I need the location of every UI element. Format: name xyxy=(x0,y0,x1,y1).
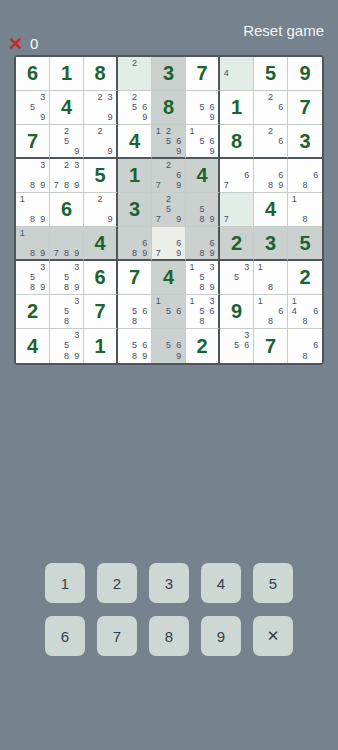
cell-r9c2[interactable]: 3589 xyxy=(50,329,84,363)
cell-notes: 2 xyxy=(119,58,150,89)
cell-notes: 589 xyxy=(187,194,217,225)
note-digit: 1 xyxy=(289,296,300,306)
cell-value: 5 xyxy=(84,159,116,192)
cell-r2c2[interactable]: 4 xyxy=(50,91,84,125)
mistakes-counter: ✕ 0 xyxy=(8,35,38,53)
cell-r2c4[interactable]: 2569 xyxy=(118,91,152,125)
cell-value: 4 xyxy=(84,227,116,259)
note-digit: 6 xyxy=(140,341,150,352)
cell-r3c7[interactable]: 8 xyxy=(220,125,254,159)
note-digit: 3 xyxy=(72,296,82,306)
cell-r8c3[interactable]: 7 xyxy=(84,295,118,329)
cell-r3c5[interactable]: 12569 xyxy=(152,125,186,159)
note-digit: 6 xyxy=(310,341,321,352)
cell-r7c3[interactable]: 6 xyxy=(84,261,118,295)
cell-r2c9[interactable]: 7 xyxy=(288,91,322,125)
cell-r8c9[interactable]: 1468 xyxy=(288,295,322,329)
note-digit: 2 xyxy=(95,194,105,204)
cell-value: 8 xyxy=(84,57,116,90)
note-digit: 5 xyxy=(163,204,173,214)
note-digit: 8 xyxy=(27,181,37,191)
cell-notes: 156 xyxy=(153,296,184,327)
note-digit: 5 xyxy=(197,204,207,214)
cell-notes: 569 xyxy=(187,92,217,123)
cell-notes: 568 xyxy=(119,296,150,327)
cell-notes: 239 xyxy=(85,92,115,123)
note-digit: 7 xyxy=(153,215,163,225)
cell-notes: 29 xyxy=(85,126,115,156)
cell-r9c7[interactable]: 356 xyxy=(220,329,254,363)
cell-notes: 356 xyxy=(221,330,252,362)
numpad-7-button[interactable]: 7 xyxy=(97,616,137,656)
cell-r2c3[interactable]: 239 xyxy=(84,91,118,125)
cell-r7c4[interactable]: 7 xyxy=(118,261,152,295)
cell-r7c7[interactable]: 35 xyxy=(220,261,254,295)
cell-notes: 68 xyxy=(289,160,321,191)
numpad-5-button[interactable]: 5 xyxy=(253,563,293,603)
note-digit: 9 xyxy=(140,351,150,362)
note-digit: 8 xyxy=(197,248,207,258)
note-digit: 6 xyxy=(276,170,286,180)
note-digit: 2 xyxy=(265,126,275,136)
cell-r2c6[interactable]: 569 xyxy=(186,91,220,125)
note-digit: 8 xyxy=(265,181,275,191)
cell-r4c2[interactable]: 23789 xyxy=(50,159,84,193)
cell-notes: 29 xyxy=(85,194,115,225)
cell-r6c3[interactable]: 4 xyxy=(84,227,118,261)
cell-r9c6[interactable]: 2 xyxy=(186,329,220,363)
note-digit: 7 xyxy=(221,181,231,191)
cell-r7c9[interactable]: 2 xyxy=(288,261,322,295)
note-digit: 5 xyxy=(197,102,207,112)
note-digit: 3 xyxy=(38,160,48,170)
numpad-row: 6789✕ xyxy=(45,616,293,656)
cell-notes: 5689 xyxy=(119,330,150,362)
note-digit: 9 xyxy=(207,283,217,293)
note-digit: 8 xyxy=(265,317,275,327)
number-pad: 123456789✕ xyxy=(0,563,338,656)
note-digit: 4 xyxy=(221,68,231,78)
cell-notes: 3589 xyxy=(51,262,82,293)
note-digit: 5 xyxy=(61,272,71,282)
cell-r9c1[interactable]: 4 xyxy=(16,329,50,363)
note-digit: 3 xyxy=(105,92,115,102)
cell-r9c9[interactable]: 68 xyxy=(288,329,322,363)
note-digit: 9 xyxy=(72,181,82,191)
note-digit: 5 xyxy=(129,102,139,112)
note-digit: 2 xyxy=(95,92,105,102)
cell-notes: 2569 xyxy=(119,92,150,123)
note-digit: 3 xyxy=(207,296,217,306)
note-digit: 9 xyxy=(38,113,48,123)
note-digit: 2 xyxy=(95,126,105,136)
note-digit: 9 xyxy=(38,181,48,191)
note-digit: 3 xyxy=(207,262,217,272)
cell-notes: 26 xyxy=(255,92,286,123)
note-digit: 6 xyxy=(207,136,217,146)
cell-r4c7[interactable]: 67 xyxy=(220,159,254,193)
numpad-3-button[interactable]: 3 xyxy=(149,563,189,603)
numpad-1-button[interactable]: 1 xyxy=(45,563,85,603)
cell-r1c4[interactable]: 2 xyxy=(118,57,152,91)
cell-r6c7[interactable]: 2 xyxy=(220,227,254,261)
note-digit: 1 xyxy=(255,262,265,272)
note-digit: 8 xyxy=(61,283,71,293)
note-digit: 8 xyxy=(129,317,139,327)
note-digit: 9 xyxy=(72,248,82,258)
note-digit: 9 xyxy=(276,181,286,191)
cell-r4c3[interactable]: 5 xyxy=(84,159,118,193)
cell-notes: 689 xyxy=(187,228,217,258)
cell-r3c1[interactable]: 7 xyxy=(16,125,50,159)
cell-r6c5[interactable]: 679 xyxy=(152,227,186,261)
note-digit: 2 xyxy=(163,194,173,204)
cell-notes: 679 xyxy=(153,228,184,258)
cell-r1c1[interactable]: 6 xyxy=(16,57,50,91)
cell-notes: 18 xyxy=(289,194,321,225)
note-digit: 6 xyxy=(140,102,150,112)
cell-value: 7 xyxy=(84,295,116,328)
numpad-row: 12345 xyxy=(45,563,293,603)
note-digit: 7 xyxy=(153,181,163,191)
note-digit: 9 xyxy=(38,283,48,293)
cell-r1c5[interactable]: 3 xyxy=(152,57,186,91)
cell-r9c4[interactable]: 5689 xyxy=(118,329,152,363)
cell-r1c2[interactable]: 1 xyxy=(50,57,84,91)
cell-notes: 789 xyxy=(51,228,82,258)
cell-value: 8 xyxy=(220,125,253,157)
numpad-6-button[interactable]: 6 xyxy=(45,616,85,656)
note-digit: 8 xyxy=(300,181,311,191)
note-digit: 1 xyxy=(187,262,197,272)
note-digit: 6 xyxy=(174,341,184,352)
cell-r8c2[interactable]: 358 xyxy=(50,295,84,329)
note-digit: 8 xyxy=(61,248,71,258)
mistakes-count: 0 xyxy=(30,35,38,53)
note-digit: 9 xyxy=(38,215,48,225)
cell-r4c9[interactable]: 68 xyxy=(288,159,322,193)
cell-value: 5 xyxy=(288,227,322,259)
note-digit: 8 xyxy=(27,248,37,258)
note-digit: 9 xyxy=(38,248,48,258)
cell-value: 6 xyxy=(50,193,83,226)
cell-r5c1[interactable]: 189 xyxy=(16,193,50,227)
cell-r1c9[interactable]: 9 xyxy=(288,57,322,91)
note-digit: 1 xyxy=(255,296,265,306)
note-digit: 3 xyxy=(72,160,82,170)
note-digit: 6 xyxy=(207,102,217,112)
note-digit: 6 xyxy=(310,306,321,316)
note-digit: 3 xyxy=(38,262,48,272)
note-digit: 2 xyxy=(129,92,139,102)
note-digit: 9 xyxy=(72,283,82,293)
note-digit: 9 xyxy=(72,146,82,156)
note-digit: 6 xyxy=(310,170,321,180)
cell-value: 1 xyxy=(84,329,116,363)
cell-r8c5[interactable]: 156 xyxy=(152,295,186,329)
cell-r3c6[interactable]: 1569 xyxy=(186,125,220,159)
note-digit: 5 xyxy=(61,341,71,352)
note-digit: 1 xyxy=(17,194,27,204)
cell-r3c3[interactable]: 29 xyxy=(84,125,118,159)
cell-r5c5[interactable]: 2579 xyxy=(152,193,186,227)
cell-r6c2[interactable]: 789 xyxy=(50,227,84,261)
cell-value: 4 xyxy=(50,91,83,124)
note-digit: 8 xyxy=(129,248,139,258)
cell-value: 7 xyxy=(288,91,322,124)
cell-r5c6[interactable]: 589 xyxy=(186,193,220,227)
cell-value: 1 xyxy=(118,159,151,192)
cell-value: 4 xyxy=(186,159,218,192)
note-digit: 3 xyxy=(242,262,252,272)
cell-notes: 389 xyxy=(17,160,48,191)
note-digit: 5 xyxy=(197,306,207,316)
note-digit: 2 xyxy=(129,58,139,68)
cell-r6c4[interactable]: 689 xyxy=(118,227,152,261)
note-digit: 8 xyxy=(61,351,71,362)
numpad-9-button[interactable]: 9 xyxy=(201,616,241,656)
cell-value: 3 xyxy=(152,57,185,90)
cell-value: 7 xyxy=(16,125,49,157)
cell-r4c5[interactable]: 2679 xyxy=(152,159,186,193)
cell-r3c8[interactable]: 26 xyxy=(254,125,288,159)
cell-r6c6[interactable]: 689 xyxy=(186,227,220,261)
cell-value: 7 xyxy=(254,329,287,363)
note-digit: 7 xyxy=(221,215,231,225)
note-digit: 9 xyxy=(140,113,150,123)
note-digit: 4 xyxy=(289,306,300,316)
note-digit: 6 xyxy=(207,238,217,248)
cell-notes: 359 xyxy=(17,92,48,123)
numpad-8-button[interactable]: 8 xyxy=(149,616,189,656)
numpad-2-button[interactable]: 2 xyxy=(97,563,137,603)
note-digit: 5 xyxy=(197,272,207,282)
note-digit: 9 xyxy=(174,248,184,258)
note-digit: 8 xyxy=(300,317,311,327)
cell-notes: 168 xyxy=(255,296,286,327)
cell-value: 4 xyxy=(16,329,49,363)
cell-r1c7[interactable]: 4 xyxy=(220,57,254,91)
cell-r7c1[interactable]: 3589 xyxy=(16,261,50,295)
note-digit: 9 xyxy=(174,181,184,191)
note-digit: 8 xyxy=(197,317,207,327)
cell-r7c2[interactable]: 3589 xyxy=(50,261,84,295)
note-digit: 5 xyxy=(27,102,37,112)
note-digit: 1 xyxy=(289,194,300,204)
cell-notes: 1468 xyxy=(289,296,321,327)
cell-r5c8[interactable]: 4 xyxy=(254,193,288,227)
note-digit: 8 xyxy=(61,317,71,327)
note-digit: 9 xyxy=(174,215,184,225)
cell-r3c4[interactable]: 4 xyxy=(118,125,152,159)
cell-value: 7 xyxy=(186,57,218,90)
note-digit: 9 xyxy=(105,113,115,123)
note-digit: 6 xyxy=(174,136,184,146)
note-digit: 6 xyxy=(174,306,184,316)
cell-value: 6 xyxy=(16,57,49,90)
app-screen: Reset game ✕ 0 6182374593594239256985691… xyxy=(0,0,338,750)
mistake-x-icon: ✕ xyxy=(8,35,23,53)
note-digit: 7 xyxy=(51,248,61,258)
cell-notes: 67 xyxy=(221,160,252,191)
note-digit: 1 xyxy=(187,296,197,306)
cell-notes: 1569 xyxy=(187,126,217,156)
note-digit: 9 xyxy=(207,215,217,225)
note-digit: 9 xyxy=(72,351,82,362)
cell-r4c1[interactable]: 389 xyxy=(16,159,50,193)
cell-notes: 26 xyxy=(255,126,286,156)
cell-r4c8[interactable]: 689 xyxy=(254,159,288,193)
reset-game-button[interactable]: Reset game xyxy=(243,22,324,40)
note-digit: 5 xyxy=(231,341,241,352)
cell-notes: 689 xyxy=(119,228,150,258)
cell-r4c4[interactable]: 1 xyxy=(118,159,152,193)
note-digit: 5 xyxy=(163,341,173,352)
note-digit: 6 xyxy=(276,136,286,146)
note-digit: 3 xyxy=(72,262,82,272)
cell-r8c8[interactable]: 168 xyxy=(254,295,288,329)
note-digit: 9 xyxy=(207,248,217,258)
cell-r6c8[interactable]: 3 xyxy=(254,227,288,261)
note-digit: 7 xyxy=(51,181,61,191)
cell-notes: 7 xyxy=(221,194,252,225)
cell-r1c3[interactable]: 8 xyxy=(84,57,118,91)
cell-value: 9 xyxy=(288,57,322,90)
note-digit: 9 xyxy=(105,215,115,225)
note-digit: 5 xyxy=(27,272,37,282)
note-digit: 5 xyxy=(61,136,71,146)
cell-value: 4 xyxy=(152,261,185,294)
cell-value: 1 xyxy=(220,91,253,124)
cell-notes: 2679 xyxy=(153,160,184,191)
cell-notes: 259 xyxy=(51,126,82,156)
cell-value: 1 xyxy=(50,57,83,90)
cell-r8c1[interactable]: 2 xyxy=(16,295,50,329)
cell-value: 9 xyxy=(220,295,253,328)
note-digit: 1 xyxy=(153,126,163,136)
note-digit: 3 xyxy=(72,330,82,341)
cell-r2c8[interactable]: 26 xyxy=(254,91,288,125)
note-digit: 1 xyxy=(153,296,163,306)
cell-r7c8[interactable]: 18 xyxy=(254,261,288,295)
cell-r3c9[interactable]: 3 xyxy=(288,125,322,159)
sudoku-board: 6182374593594239256985691267725929412569… xyxy=(14,55,324,365)
cell-value: 7 xyxy=(118,261,151,294)
cell-notes: 13568 xyxy=(187,296,217,327)
note-digit: 2 xyxy=(61,160,71,170)
cell-r1c8[interactable]: 5 xyxy=(254,57,288,91)
cell-value: 3 xyxy=(254,227,287,259)
cell-notes: 13589 xyxy=(187,262,217,293)
note-digit: 2 xyxy=(163,160,173,170)
note-digit: 6 xyxy=(276,102,286,112)
note-digit: 9 xyxy=(140,248,150,258)
cell-notes: 12569 xyxy=(153,126,184,156)
cell-r2c7[interactable]: 1 xyxy=(220,91,254,125)
cell-notes: 23789 xyxy=(51,160,82,191)
cell-r8c7[interactable]: 9 xyxy=(220,295,254,329)
note-digit: 5 xyxy=(197,136,207,146)
note-digit: 6 xyxy=(174,170,184,180)
note-digit: 5 xyxy=(163,306,173,316)
cell-r9c8[interactable]: 7 xyxy=(254,329,288,363)
cell-notes: 358 xyxy=(51,296,82,327)
numpad-delete-button[interactable]: ✕ xyxy=(253,616,293,656)
note-digit: 8 xyxy=(27,283,37,293)
cell-r3c2[interactable]: 259 xyxy=(50,125,84,159)
note-digit: 2 xyxy=(163,126,173,136)
cell-value: 8 xyxy=(152,91,185,124)
cell-value: 2 xyxy=(16,295,49,328)
note-digit: 8 xyxy=(61,181,71,191)
cell-notes: 68 xyxy=(289,330,321,362)
cell-notes: 689 xyxy=(255,160,286,191)
note-digit: 5 xyxy=(231,272,241,282)
note-digit: 6 xyxy=(242,341,252,352)
cell-notes: 18 xyxy=(255,262,286,293)
note-digit: 9 xyxy=(174,146,184,156)
note-digit: 8 xyxy=(27,215,37,225)
note-digit: 9 xyxy=(207,146,217,156)
cell-r2c5[interactable]: 8 xyxy=(152,91,186,125)
cell-r7c5[interactable]: 4 xyxy=(152,261,186,295)
note-digit: 9 xyxy=(174,351,184,362)
cell-notes: 4 xyxy=(221,58,252,89)
cell-notes: 189 xyxy=(17,194,48,225)
cell-value: 2 xyxy=(220,227,253,259)
cell-r8c4[interactable]: 568 xyxy=(118,295,152,329)
cell-r7c6[interactable]: 13589 xyxy=(186,261,220,295)
note-digit: 8 xyxy=(300,351,311,362)
note-digit: 6 xyxy=(276,306,286,316)
numpad-4-button[interactable]: 4 xyxy=(201,563,241,603)
cell-value: 5 xyxy=(254,57,287,90)
cell-notes: 3589 xyxy=(51,330,82,362)
note-digit: 6 xyxy=(207,306,217,316)
note-digit: 5 xyxy=(129,341,139,352)
cell-r5c3[interactable]: 29 xyxy=(84,193,118,227)
cell-value: 3 xyxy=(288,125,322,157)
cell-r5c9[interactable]: 18 xyxy=(288,193,322,227)
note-digit: 5 xyxy=(129,306,139,316)
note-digit: 3 xyxy=(38,92,48,102)
cell-value: 6 xyxy=(84,261,116,294)
note-digit: 8 xyxy=(129,351,139,362)
cell-r6c1[interactable]: 189 xyxy=(16,227,50,261)
cell-r4c6[interactable]: 4 xyxy=(186,159,220,193)
cell-r6c9[interactable]: 5 xyxy=(288,227,322,261)
cell-r9c3[interactable]: 1 xyxy=(84,329,118,363)
cell-r5c7[interactable]: 7 xyxy=(220,193,254,227)
cell-value: 3 xyxy=(118,193,151,226)
cell-r5c2[interactable]: 6 xyxy=(50,193,84,227)
cell-r5c4[interactable]: 3 xyxy=(118,193,152,227)
cell-value: 2 xyxy=(186,329,218,363)
cell-value: 4 xyxy=(118,125,151,157)
cell-r1c6[interactable]: 7 xyxy=(186,57,220,91)
note-digit: 6 xyxy=(140,238,150,248)
cell-notes: 569 xyxy=(153,330,184,362)
note-digit: 9 xyxy=(207,113,217,123)
note-digit: 5 xyxy=(61,306,71,316)
note-digit: 7 xyxy=(153,248,163,258)
note-digit: 2 xyxy=(61,126,71,136)
note-digit: 8 xyxy=(197,215,207,225)
cell-r8c6[interactable]: 13568 xyxy=(186,295,220,329)
cell-r9c5[interactable]: 569 xyxy=(152,329,186,363)
cell-r2c1[interactable]: 359 xyxy=(16,91,50,125)
note-digit: 9 xyxy=(105,146,115,156)
